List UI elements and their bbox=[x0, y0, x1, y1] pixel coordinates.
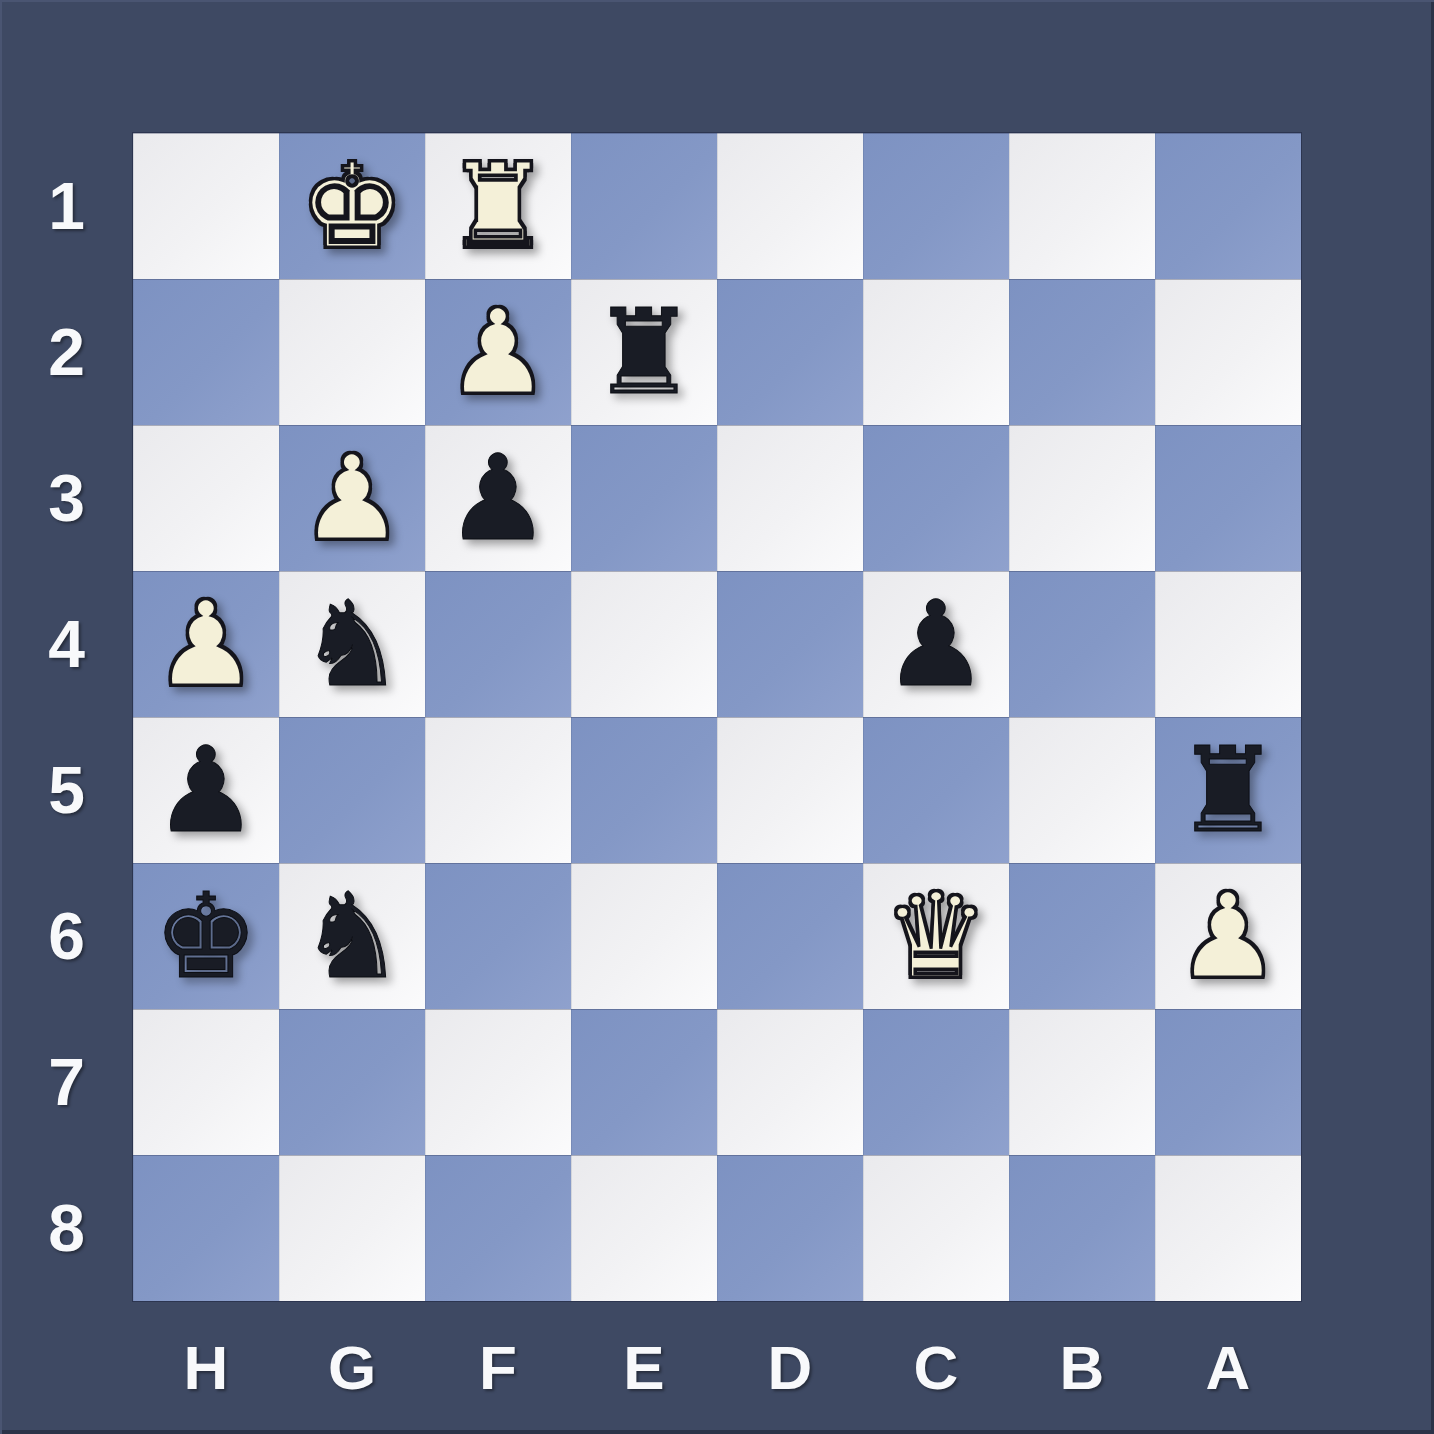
square-a5[interactable]: ♜ bbox=[1155, 717, 1301, 863]
rank-label-6: 6 bbox=[0, 863, 133, 1009]
square-h5[interactable]: ♟ bbox=[133, 717, 279, 863]
square-d1[interactable] bbox=[717, 133, 863, 279]
rank-label-5: 5 bbox=[0, 717, 133, 863]
square-b6[interactable] bbox=[1009, 863, 1155, 1009]
square-c5[interactable] bbox=[863, 717, 1009, 863]
black-pawn[interactable]: ♟ bbox=[153, 717, 259, 863]
square-e8[interactable] bbox=[571, 1155, 717, 1301]
square-a2[interactable] bbox=[1155, 279, 1301, 425]
file-label-h: H bbox=[133, 1301, 279, 1434]
rank-labels: 12345678 bbox=[0, 133, 133, 1301]
square-g2[interactable] bbox=[279, 279, 425, 425]
rank-label-8: 8 bbox=[0, 1155, 133, 1301]
square-c4[interactable]: ♟ bbox=[863, 571, 1009, 717]
square-e6[interactable] bbox=[571, 863, 717, 1009]
white-pawn[interactable]: ♟ bbox=[445, 279, 551, 425]
square-g6[interactable]: ♞ bbox=[279, 863, 425, 1009]
rank-label-1: 1 bbox=[0, 133, 133, 279]
square-b3[interactable] bbox=[1009, 425, 1155, 571]
rank-label-2: 2 bbox=[0, 279, 133, 425]
square-g8[interactable] bbox=[279, 1155, 425, 1301]
square-d3[interactable] bbox=[717, 425, 863, 571]
square-h6[interactable]: ♚ bbox=[133, 863, 279, 1009]
square-f1[interactable]: ♜ bbox=[425, 133, 571, 279]
square-c6[interactable]: ♛ bbox=[863, 863, 1009, 1009]
rank-label-4: 4 bbox=[0, 571, 133, 717]
chess-diagram: 12345678 ♚♜♟♜♟♟♟♞♟♟♜♚♞♛♟ HGFEDCBA bbox=[0, 0, 1434, 1434]
square-d8[interactable] bbox=[717, 1155, 863, 1301]
square-a3[interactable] bbox=[1155, 425, 1301, 571]
chess-board: ♚♜♟♜♟♟♟♞♟♟♜♚♞♛♟ bbox=[133, 133, 1301, 1301]
square-a1[interactable] bbox=[1155, 133, 1301, 279]
black-pawn[interactable]: ♟ bbox=[883, 571, 989, 717]
square-h4[interactable]: ♟ bbox=[133, 571, 279, 717]
square-d2[interactable] bbox=[717, 279, 863, 425]
black-knight[interactable]: ♞ bbox=[299, 571, 405, 717]
square-a4[interactable] bbox=[1155, 571, 1301, 717]
square-h3[interactable] bbox=[133, 425, 279, 571]
square-b8[interactable] bbox=[1009, 1155, 1155, 1301]
square-d6[interactable] bbox=[717, 863, 863, 1009]
square-b4[interactable] bbox=[1009, 571, 1155, 717]
square-e1[interactable] bbox=[571, 133, 717, 279]
square-a7[interactable] bbox=[1155, 1009, 1301, 1155]
square-f8[interactable] bbox=[425, 1155, 571, 1301]
square-a6[interactable]: ♟ bbox=[1155, 863, 1301, 1009]
file-label-a: A bbox=[1155, 1301, 1301, 1434]
rank-label-7: 7 bbox=[0, 1009, 133, 1155]
square-e2[interactable]: ♜ bbox=[571, 279, 717, 425]
square-f2[interactable]: ♟ bbox=[425, 279, 571, 425]
square-f5[interactable] bbox=[425, 717, 571, 863]
square-d5[interactable] bbox=[717, 717, 863, 863]
square-f7[interactable] bbox=[425, 1009, 571, 1155]
file-label-b: B bbox=[1009, 1301, 1155, 1434]
black-rook[interactable]: ♜ bbox=[591, 279, 697, 425]
square-e7[interactable] bbox=[571, 1009, 717, 1155]
file-label-d: D bbox=[717, 1301, 863, 1434]
file-label-e: E bbox=[571, 1301, 717, 1434]
white-rook[interactable]: ♜ bbox=[445, 133, 551, 279]
square-b1[interactable] bbox=[1009, 133, 1155, 279]
black-pawn[interactable]: ♟ bbox=[445, 425, 551, 571]
square-c7[interactable] bbox=[863, 1009, 1009, 1155]
square-g3[interactable]: ♟ bbox=[279, 425, 425, 571]
square-h1[interactable] bbox=[133, 133, 279, 279]
white-pawn[interactable]: ♟ bbox=[153, 571, 259, 717]
square-d7[interactable] bbox=[717, 1009, 863, 1155]
square-f6[interactable] bbox=[425, 863, 571, 1009]
square-g7[interactable] bbox=[279, 1009, 425, 1155]
square-b7[interactable] bbox=[1009, 1009, 1155, 1155]
square-f3[interactable]: ♟ bbox=[425, 425, 571, 571]
square-g5[interactable] bbox=[279, 717, 425, 863]
black-knight[interactable]: ♞ bbox=[299, 863, 405, 1009]
white-king[interactable]: ♚ bbox=[299, 133, 405, 279]
square-h2[interactable] bbox=[133, 279, 279, 425]
square-f4[interactable] bbox=[425, 571, 571, 717]
square-b2[interactable] bbox=[1009, 279, 1155, 425]
square-h8[interactable] bbox=[133, 1155, 279, 1301]
square-b5[interactable] bbox=[1009, 717, 1155, 863]
square-e5[interactable] bbox=[571, 717, 717, 863]
square-e4[interactable] bbox=[571, 571, 717, 717]
square-g4[interactable]: ♞ bbox=[279, 571, 425, 717]
file-label-c: C bbox=[863, 1301, 1009, 1434]
square-c8[interactable] bbox=[863, 1155, 1009, 1301]
square-d4[interactable] bbox=[717, 571, 863, 717]
square-a8[interactable] bbox=[1155, 1155, 1301, 1301]
white-pawn[interactable]: ♟ bbox=[299, 425, 405, 571]
file-label-g: G bbox=[279, 1301, 425, 1434]
square-e3[interactable] bbox=[571, 425, 717, 571]
file-label-f: F bbox=[425, 1301, 571, 1434]
square-g1[interactable]: ♚ bbox=[279, 133, 425, 279]
file-labels: HGFEDCBA bbox=[133, 1301, 1301, 1434]
black-king[interactable]: ♚ bbox=[153, 863, 259, 1009]
white-pawn[interactable]: ♟ bbox=[1175, 863, 1281, 1009]
square-h7[interactable] bbox=[133, 1009, 279, 1155]
square-c3[interactable] bbox=[863, 425, 1009, 571]
white-queen[interactable]: ♛ bbox=[883, 863, 989, 1009]
square-c2[interactable] bbox=[863, 279, 1009, 425]
square-c1[interactable] bbox=[863, 133, 1009, 279]
black-rook[interactable]: ♜ bbox=[1175, 717, 1281, 863]
rank-label-3: 3 bbox=[0, 425, 133, 571]
